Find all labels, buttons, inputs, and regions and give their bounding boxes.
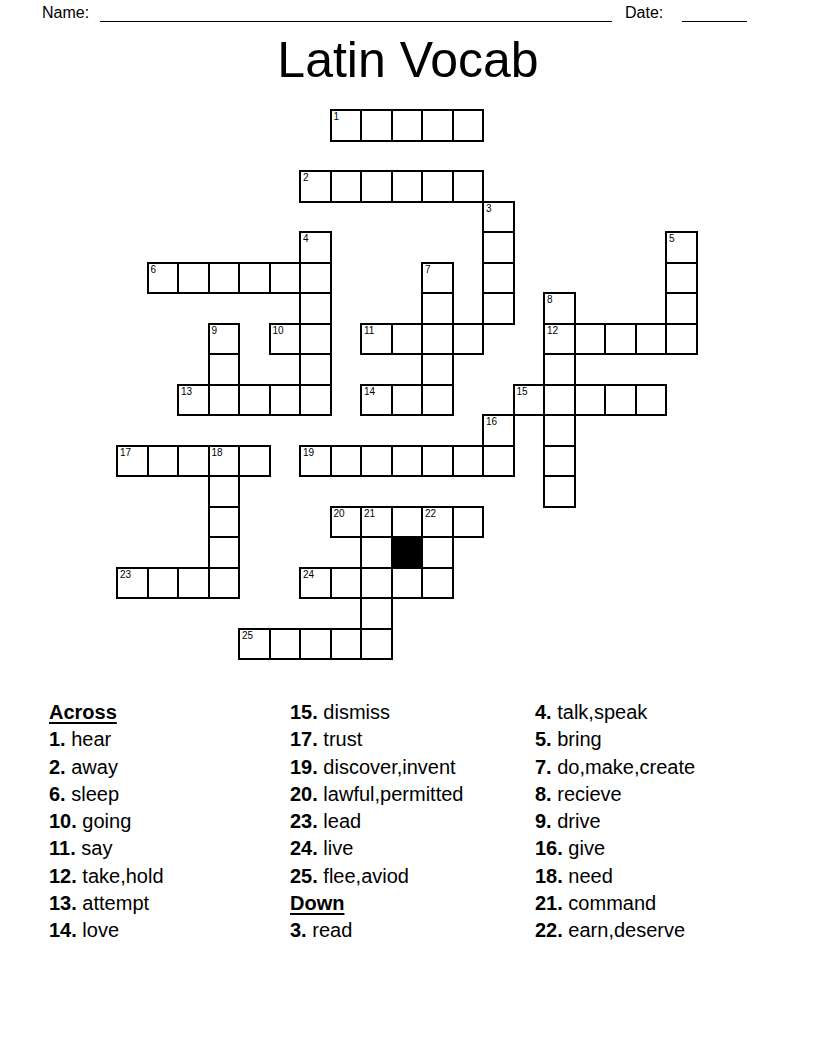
across-clue-10: 10. going [49,808,164,835]
cell-number: 9 [212,325,218,336]
grid-cell[interactable] [543,475,576,508]
grid-cell[interactable] [421,109,454,142]
clue-list-number: 13. [49,892,77,914]
clue-column-right: 4. talk,speak5. bring7. do,make,create8.… [535,699,695,945]
name-label: Name: [42,4,89,22]
clue-text: dismiss [318,701,390,723]
grid-cell[interactable] [482,445,515,478]
across-clue-1: 1. hear [49,726,164,753]
grid-cell[interactable] [574,384,607,417]
grid-cell[interactable] [482,231,515,264]
clue-column-left: Across1. hear2. away6. sleep10. going11.… [49,699,164,945]
clue-text: do,make,create [552,756,695,778]
grid-cell[interactable] [635,323,668,356]
down-clue-5: 5. bring [535,726,695,753]
grid-cell[interactable] [452,506,485,539]
grid-cell[interactable] [238,445,271,478]
grid-cell[interactable]: 2 [299,170,332,203]
across-clue-25: 25. flee,aviod [290,863,463,890]
grid-cell[interactable] [391,506,424,539]
grid-cell[interactable] [269,628,302,661]
down-clue-7: 7. do,make,create [535,754,695,781]
grid-cell[interactable]: 20 [330,506,363,539]
down-clue-9: 9. drive [535,808,695,835]
grid-cell[interactable] [299,292,332,325]
down-clue-8: 8. recieve [535,781,695,808]
grid-cell[interactable]: 6 [147,262,180,295]
grid-cell[interactable] [574,323,607,356]
grid-cell[interactable] [482,292,515,325]
clue-list-number: 9. [535,810,552,832]
grid-cell[interactable] [604,384,637,417]
grid-cell[interactable] [299,353,332,386]
clue-list-number: 22. [535,919,563,941]
across-clue-14: 14. love [49,917,164,944]
grid-cell[interactable]: 1 [330,109,363,142]
clue-text: talk,speak [552,701,648,723]
cell-number: 2 [303,172,309,183]
cell-number: 23 [120,569,131,580]
clue-list-number: 10. [49,810,77,832]
grid-cell[interactable] [269,262,302,295]
cell-number: 1 [334,111,340,122]
grid-cell[interactable] [452,323,485,356]
cell-number: 10 [273,325,284,336]
grid-cell[interactable] [421,323,454,356]
grid-cell[interactable]: 10 [269,323,302,356]
grid-cell[interactable] [391,445,424,478]
grid-cell[interactable] [299,384,332,417]
clue-list-number: 24. [290,837,318,859]
clue-text: take,hold [77,865,164,887]
worksheet-page: Name: Date: Latin Vocab 1234567891011121… [0,0,816,1056]
grid-cell[interactable] [330,628,363,661]
grid-cell[interactable] [330,170,363,203]
clue-text: recieve [552,783,622,805]
clue-text: drive [552,810,601,832]
grid-cell[interactable] [208,353,241,386]
across-clue-19: 19. discover,invent [290,754,463,781]
down-clue-4: 4. talk,speak [535,699,695,726]
grid-cell[interactable] [299,628,332,661]
down-clue-16: 16. give [535,835,695,862]
clue-text: live [318,837,354,859]
clue-text: hear [66,728,112,750]
cell-number: 13 [181,386,192,397]
across-clue-11: 11. say [49,835,164,862]
grid-cell[interactable] [330,445,363,478]
clue-column-middle: 15. dismiss17. trust19. discover,invent2… [290,699,463,945]
clue-text: read [307,919,353,941]
clue-list-number: 6. [49,783,66,805]
across-clue-24: 24. live [290,835,463,862]
grid-cell[interactable] [665,262,698,295]
cell-number: 16 [486,416,497,427]
clue-text: need [563,865,613,887]
across-header: Across [49,699,164,726]
grid-cell[interactable] [452,445,485,478]
grid-cell[interactable] [604,323,637,356]
clue-text: lawful,permitted [318,783,464,805]
grid-cell[interactable] [360,170,393,203]
grid-cell[interactable] [147,567,180,600]
grid-cell[interactable] [421,445,454,478]
grid-cell[interactable]: 19 [299,445,332,478]
clue-list-number: 21. [535,892,563,914]
grid-cell[interactable]: 11 [360,323,393,356]
cell-number: 25 [242,630,253,641]
down-clue-18: 18. need [535,863,695,890]
cell-number: 20 [334,508,345,519]
across-clue-17: 17. trust [290,726,463,753]
grid-cell[interactable] [543,353,576,386]
clue-text: earn,deserve [563,919,685,941]
clue-text: attempt [77,892,149,914]
grid-cell[interactable] [391,323,424,356]
grid-cell[interactable] [208,475,241,508]
grid-cell[interactable]: 15 [513,384,546,417]
grid-cell[interactable]: 9 [208,323,241,356]
grid-cell[interactable] [391,170,424,203]
grid-cell[interactable] [635,384,668,417]
cell-number: 21 [364,508,375,519]
clue-list-number: 8. [535,783,552,805]
grid-cell[interactable] [238,262,271,295]
grid-cell[interactable]: 7 [421,262,454,295]
grid-cell[interactable]: 3 [482,201,515,234]
clue-list-number: 25. [290,865,318,887]
grid-cell[interactable] [208,567,241,600]
clue-text: bring [552,728,602,750]
grid-cell[interactable]: 16 [482,414,515,447]
across-clue-12: 12. take,hold [49,863,164,890]
grid-cell[interactable]: 25 [238,628,271,661]
clue-list-number: 23. [290,810,318,832]
grid-cell[interactable] [299,323,332,356]
grid-cell[interactable] [360,597,393,630]
grid-cell[interactable]: 4 [299,231,332,264]
grid-cell[interactable] [238,384,271,417]
grid-cell[interactable] [421,384,454,417]
grid-cell[interactable] [543,384,576,417]
cell-number: 19 [303,447,314,458]
grid-cell[interactable] [360,109,393,142]
name-blank-line[interactable] [100,21,612,22]
clue-list-number: 1. [49,728,66,750]
grid-cell[interactable]: 8 [543,292,576,325]
grid-cell[interactable]: 13 [177,384,210,417]
grid-cell[interactable] [208,384,241,417]
clue-text: love [77,919,119,941]
clue-text: sleep [66,783,119,805]
clue-text: lead [318,810,361,832]
cell-number: 18 [212,447,223,458]
clue-text: discover,invent [318,756,456,778]
clue-text: give [563,837,605,859]
clue-list-number: 3. [290,919,307,941]
clue-text: flee,aviod [318,865,409,887]
grid-cell[interactable] [543,445,576,478]
clue-text: say [76,837,113,859]
cell-number: 17 [120,447,131,458]
page-title: Latin Vocab [0,34,816,87]
clue-list-number: 11. [49,837,76,859]
across-clue-23: 23. lead [290,808,463,835]
grid-cell[interactable] [421,170,454,203]
grid-cell[interactable] [543,414,576,447]
grid-cell[interactable] [147,445,180,478]
grid-cell[interactable] [421,536,454,569]
clue-list-number: 17. [290,728,318,750]
grid-cell[interactable] [421,353,454,386]
across-clue-20: 20. lawful,permitted [290,781,463,808]
cell-number: 4 [303,233,309,244]
grid-cell[interactable]: 5 [665,231,698,264]
grid-cell[interactable] [360,536,393,569]
down-header: Down [290,890,463,917]
grid-cell[interactable] [391,109,424,142]
grid-cell[interactable]: 14 [360,384,393,417]
clue-text: going [77,810,132,832]
cell-number: 11 [364,325,374,336]
crossword-board: 1234567891011121314151617181920212223242… [117,110,697,659]
grid-cell[interactable] [665,292,698,325]
clue-list-number: 7. [535,756,552,778]
clue-list-number: 20. [290,783,318,805]
cell-number: 5 [669,233,675,244]
grid-cell-black [391,536,424,569]
clue-text: command [563,892,656,914]
grid-cell[interactable] [299,262,332,295]
date-blank-line[interactable] [682,21,747,22]
grid-cell[interactable]: 12 [543,323,576,356]
grid-cell[interactable] [421,292,454,325]
grid-cell[interactable]: 18 [208,445,241,478]
cell-number: 14 [364,386,375,397]
down-clue-21: 21. command [535,890,695,917]
cell-number: 24 [303,569,314,580]
grid-cell[interactable] [269,384,302,417]
clue-text: trust [318,728,362,750]
clue-list-number: 18. [535,865,563,887]
across-clue-2: 2. away [49,754,164,781]
clue-list-number: 4. [535,701,552,723]
grid-cell[interactable] [208,536,241,569]
grid-cell[interactable] [665,323,698,356]
grid-cell[interactable] [208,506,241,539]
down-clue-22: 22. earn,deserve [535,917,695,944]
grid-cell[interactable] [391,384,424,417]
date-label: Date: [625,4,663,22]
across-clue-13: 13. attempt [49,890,164,917]
grid-cell[interactable] [360,628,393,661]
across-clue-15: 15. dismiss [290,699,463,726]
clue-list-number: 5. [535,728,552,750]
cell-number: 22 [425,508,436,519]
cell-number: 6 [151,264,157,275]
cell-number: 12 [547,325,558,336]
grid-cell[interactable]: 23 [116,567,149,600]
across-clue-6: 6. sleep [49,781,164,808]
clue-text: away [66,756,118,778]
grid-cell[interactable]: 24 [299,567,332,600]
cell-number: 3 [486,203,492,214]
grid-cell[interactable] [452,109,485,142]
clue-list-number: 2. [49,756,66,778]
grid-cell[interactable]: 17 [116,445,149,478]
grid-cell[interactable]: 22 [421,506,454,539]
grid-cell[interactable] [421,567,454,600]
clue-list-number: 14. [49,919,77,941]
grid-cell[interactable] [360,567,393,600]
grid-cell[interactable] [208,262,241,295]
down-clue-3: 3. read [290,917,463,944]
grid-cell[interactable] [177,567,210,600]
grid-cell[interactable] [360,445,393,478]
grid-cell[interactable] [482,262,515,295]
cell-number: 7 [425,264,431,275]
clue-list-number: 16. [535,837,563,859]
cell-number: 15 [517,386,528,397]
grid-cell[interactable] [330,567,363,600]
grid-cell[interactable]: 21 [360,506,393,539]
clue-list-number: 19. [290,756,318,778]
clue-list-number: 15. [290,701,318,723]
grid-cell[interactable] [391,567,424,600]
grid-cell[interactable] [452,170,485,203]
clue-list-number: 12. [49,865,77,887]
grid-cell[interactable] [177,445,210,478]
grid-cell[interactable] [177,262,210,295]
cell-number: 8 [547,294,553,305]
